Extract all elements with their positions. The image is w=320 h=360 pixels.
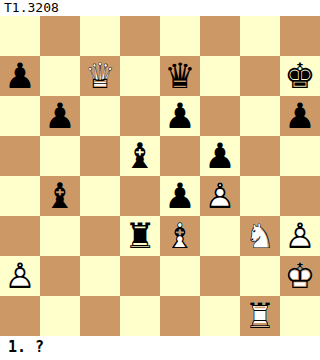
square-e6[interactable]: ♟ — [160, 96, 200, 136]
piece-white-king: ♚♔ — [280, 256, 320, 296]
piece-glyph: ♙ — [200, 176, 240, 216]
square-c3[interactable] — [80, 216, 120, 256]
piece-black-pawn: ♟ — [160, 176, 200, 216]
square-a3[interactable] — [0, 216, 40, 256]
square-d3[interactable]: ♜ — [120, 216, 160, 256]
square-a1[interactable] — [0, 296, 40, 336]
square-c1[interactable] — [80, 296, 120, 336]
square-b7[interactable] — [40, 56, 80, 96]
square-d1[interactable] — [120, 296, 160, 336]
piece-glyph: ♖ — [240, 296, 280, 336]
piece-black-pawn: ♟ — [0, 56, 40, 96]
square-a6[interactable] — [0, 96, 40, 136]
square-g2[interactable] — [240, 256, 280, 296]
piece-white-rook: ♜♖ — [240, 296, 280, 336]
square-a5[interactable] — [0, 136, 40, 176]
square-f2[interactable] — [200, 256, 240, 296]
square-f5[interactable]: ♟ — [200, 136, 240, 176]
square-f1[interactable] — [200, 296, 240, 336]
piece-glyph: ♚ — [280, 56, 320, 96]
square-e8[interactable] — [160, 16, 200, 56]
square-g7[interactable] — [240, 56, 280, 96]
piece-black-bishop: ♝ — [40, 176, 80, 216]
square-c5[interactable] — [80, 136, 120, 176]
piece-glyph: ♟ — [280, 96, 320, 136]
piece-white-bishop: ♝♗ — [160, 216, 200, 256]
square-b6[interactable]: ♟ — [40, 96, 80, 136]
square-e3[interactable]: ♝♗ — [160, 216, 200, 256]
square-f3[interactable] — [200, 216, 240, 256]
square-d7[interactable] — [120, 56, 160, 96]
square-a2[interactable]: ♟♙ — [0, 256, 40, 296]
piece-black-rook: ♜ — [120, 216, 160, 256]
square-a7[interactable]: ♟ — [0, 56, 40, 96]
square-h7[interactable]: ♚ — [280, 56, 320, 96]
square-e4[interactable]: ♟ — [160, 176, 200, 216]
piece-glyph: ♟ — [0, 56, 40, 96]
square-d5[interactable]: ♝ — [120, 136, 160, 176]
square-g4[interactable] — [240, 176, 280, 216]
piece-black-king: ♚ — [280, 56, 320, 96]
piece-black-pawn: ♟ — [280, 96, 320, 136]
square-a8[interactable] — [0, 16, 40, 56]
square-c6[interactable] — [80, 96, 120, 136]
square-e7[interactable]: ♛ — [160, 56, 200, 96]
piece-glyph: ♝ — [120, 136, 160, 176]
square-g5[interactable] — [240, 136, 280, 176]
chess-board: ♟♛♕♛♚♟♟♟♝♟♝♟♟♙♜♝♗♞♘♟♙♟♙♚♔♜♖ — [0, 16, 320, 336]
piece-black-pawn: ♟ — [40, 96, 80, 136]
square-b1[interactable] — [40, 296, 80, 336]
piece-glyph: ♟ — [160, 96, 200, 136]
piece-glyph: ♛ — [160, 56, 200, 96]
square-h6[interactable]: ♟ — [280, 96, 320, 136]
piece-glyph: ♗ — [160, 216, 200, 256]
square-g3[interactable]: ♞♘ — [240, 216, 280, 256]
square-h8[interactable] — [280, 16, 320, 56]
square-b8[interactable] — [40, 16, 80, 56]
piece-black-pawn: ♟ — [160, 96, 200, 136]
piece-glyph: ♝ — [40, 176, 80, 216]
square-a4[interactable] — [0, 176, 40, 216]
piece-glyph: ♙ — [280, 216, 320, 256]
square-c2[interactable] — [80, 256, 120, 296]
square-h3[interactable]: ♟♙ — [280, 216, 320, 256]
square-b5[interactable] — [40, 136, 80, 176]
piece-black-pawn: ♟ — [200, 136, 240, 176]
puzzle-title: T1.3208 — [0, 0, 320, 16]
square-c7[interactable]: ♛♕ — [80, 56, 120, 96]
square-h5[interactable] — [280, 136, 320, 176]
move-prompt: 1. ? — [0, 336, 320, 360]
piece-white-queen: ♛♕ — [80, 56, 120, 96]
square-d4[interactable] — [120, 176, 160, 216]
square-g1[interactable]: ♜♖ — [240, 296, 280, 336]
piece-glyph: ♜ — [120, 216, 160, 256]
piece-glyph: ♙ — [0, 256, 40, 296]
piece-white-pawn: ♟♙ — [0, 256, 40, 296]
square-d8[interactable] — [120, 16, 160, 56]
chess-app-window: T1.3208 ♟♛♕♛♚♟♟♟♝♟♝♟♟♙♜♝♗♞♘♟♙♟♙♚♔♜♖ 1. ? — [0, 0, 320, 360]
piece-glyph: ♘ — [240, 216, 280, 256]
square-d2[interactable] — [120, 256, 160, 296]
square-e2[interactable] — [160, 256, 200, 296]
square-g8[interactable] — [240, 16, 280, 56]
piece-glyph: ♟ — [40, 96, 80, 136]
square-f7[interactable] — [200, 56, 240, 96]
square-b4[interactable]: ♝ — [40, 176, 80, 216]
square-h2[interactable]: ♚♔ — [280, 256, 320, 296]
piece-black-queen: ♛ — [160, 56, 200, 96]
square-e5[interactable] — [160, 136, 200, 176]
square-h4[interactable] — [280, 176, 320, 216]
piece-white-pawn: ♟♙ — [280, 216, 320, 256]
square-c8[interactable] — [80, 16, 120, 56]
piece-glyph: ♟ — [200, 136, 240, 176]
square-e1[interactable] — [160, 296, 200, 336]
piece-white-pawn: ♟♙ — [200, 176, 240, 216]
piece-glyph: ♟ — [160, 176, 200, 216]
square-g6[interactable] — [240, 96, 280, 136]
piece-black-bishop: ♝ — [120, 136, 160, 176]
square-d6[interactable] — [120, 96, 160, 136]
piece-glyph: ♔ — [280, 256, 320, 296]
square-c4[interactable] — [80, 176, 120, 216]
piece-glyph: ♕ — [80, 56, 120, 96]
piece-white-knight: ♞♘ — [240, 216, 280, 256]
square-b3[interactable] — [40, 216, 80, 256]
square-h1[interactable] — [280, 296, 320, 336]
square-f8[interactable] — [200, 16, 240, 56]
square-b2[interactable] — [40, 256, 80, 296]
square-f4[interactable]: ♟♙ — [200, 176, 240, 216]
square-f6[interactable] — [200, 96, 240, 136]
